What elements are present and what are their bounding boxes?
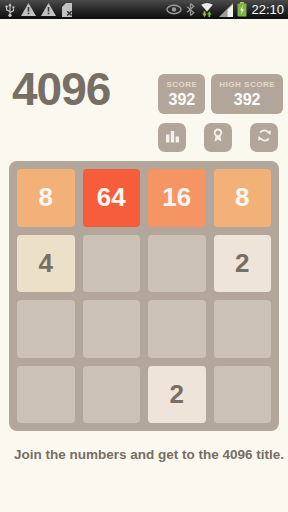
awards-icon	[211, 128, 225, 147]
tile-8: 8	[214, 169, 272, 227]
eye-icon	[166, 4, 182, 15]
score-panel: SCORE 392 HIGH SCORE 392	[158, 74, 283, 114]
usb-icon	[4, 3, 16, 17]
tile-16: 16	[148, 169, 206, 227]
tile-2: 2	[214, 235, 272, 293]
score-value: 392	[166, 91, 197, 109]
empty-cell	[148, 235, 206, 293]
wifi-icon	[199, 2, 215, 18]
status-bar-right: 22:10	[166, 0, 284, 19]
awards-button[interactable]	[204, 123, 232, 152]
clock: 22:10	[251, 0, 284, 19]
empty-cell	[214, 366, 272, 424]
restart-button[interactable]	[250, 123, 278, 152]
page-title: 4096	[12, 62, 110, 116]
status-bar-left	[4, 3, 73, 17]
tile-2: 2	[148, 366, 206, 424]
status-bar: 22:10	[0, 0, 288, 19]
game-board[interactable]: 864168422	[9, 161, 279, 431]
high-score-label: HIGH SCORE	[219, 80, 275, 89]
no-sim-icon	[61, 3, 73, 17]
toolbar	[158, 123, 278, 152]
high-score-value: 392	[219, 91, 275, 109]
bluetooth-icon	[186, 3, 195, 16]
restart-icon	[257, 128, 272, 147]
warning-icon	[41, 3, 56, 16]
empty-cell	[17, 366, 75, 424]
high-score-box: HIGH SCORE 392	[211, 74, 283, 114]
stats-button[interactable]	[158, 123, 186, 152]
empty-cell	[17, 300, 75, 358]
tile-64: 64	[83, 169, 141, 227]
score-box: SCORE 392	[158, 74, 205, 114]
empty-cell	[83, 235, 141, 293]
wifi-up-arrow	[207, 11, 212, 17]
warning-icon	[21, 3, 36, 16]
score-label: SCORE	[166, 80, 197, 89]
phone-screen: 22:10 4096 SCORE 392 HIGH SCORE 392	[0, 0, 288, 512]
stats-icon	[165, 129, 180, 147]
signal-icon	[219, 3, 233, 17]
battery-icon	[237, 2, 247, 17]
empty-cell	[83, 366, 141, 424]
hint-text: Join the numbers and get to the 4096 tit…	[14, 447, 284, 462]
empty-cell	[214, 300, 272, 358]
wifi-down-arrow	[203, 11, 208, 17]
tile-8: 8	[17, 169, 75, 227]
empty-cell	[148, 300, 206, 358]
tile-4: 4	[17, 235, 75, 293]
empty-cell	[83, 300, 141, 358]
